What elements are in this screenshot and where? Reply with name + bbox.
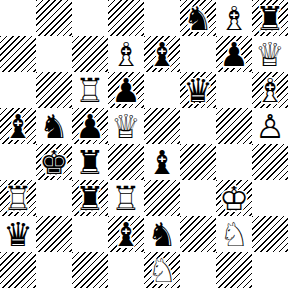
piece-fill-layer: ♝ [144, 36, 180, 72]
piece-outline-layer: ♞ [36, 108, 72, 144]
square-c2[interactable] [72, 216, 108, 252]
piece-outline-layer: ♟ [72, 108, 108, 144]
square-c4[interactable]: ♜♜ [72, 144, 108, 180]
piece-outline-layer: ♜ [72, 144, 108, 180]
square-f1[interactable] [180, 252, 216, 288]
piece-white-knight[interactable]: ♞♘ [144, 252, 180, 288]
piece-white-rook[interactable]: ♜♖ [0, 180, 36, 216]
square-h6[interactable]: ♝♗ [252, 72, 288, 108]
piece-fill-layer: ♞ [144, 216, 180, 252]
square-f4[interactable] [180, 144, 216, 180]
piece-fill-layer: ♜ [72, 180, 108, 216]
piece-black-bishop[interactable]: ♝♝ [108, 216, 144, 252]
square-b6[interactable] [36, 72, 72, 108]
square-e7[interactable]: ♝♝ [144, 36, 180, 72]
piece-fill-layer: ♝ [252, 72, 288, 108]
piece-black-queen[interactable]: ♛♛ [0, 216, 36, 252]
piece-fill-layer: ♜ [72, 72, 108, 108]
piece-outline-layer: ♘ [216, 216, 252, 252]
piece-outline-layer: ♖ [72, 72, 108, 108]
square-g7[interactable]: ♟♟ [216, 36, 252, 72]
piece-outline-layer: ♝ [144, 36, 180, 72]
piece-white-bishop[interactable]: ♝♗ [108, 36, 144, 72]
square-f2[interactable] [180, 216, 216, 252]
piece-white-rook[interactable]: ♜♖ [72, 72, 108, 108]
square-d2[interactable]: ♝♝ [108, 216, 144, 252]
square-f8[interactable]: ♞♞ [180, 0, 216, 36]
square-g8[interactable]: ♝♗ [216, 0, 252, 36]
piece-white-knight[interactable]: ♞♘ [216, 216, 252, 252]
square-h7[interactable]: ♛♕ [252, 36, 288, 72]
piece-outline-layer: ♗ [216, 0, 252, 36]
piece-outline-layer: ♘ [144, 252, 180, 288]
chess-board: ♞♞♝♗♜♜♝♗♝♝♟♟♛♕♜♖♟♟♛♛♝♗♝♝♞♞♟♟♛♕♟♙♚♚♜♜♝♝♜♖… [0, 0, 288, 288]
piece-outline-layer: ♟ [108, 72, 144, 108]
piece-outline-layer: ♝ [144, 144, 180, 180]
piece-fill-layer: ♝ [216, 0, 252, 36]
square-e1[interactable]: ♞♘ [144, 252, 180, 288]
square-e2[interactable]: ♞♞ [144, 216, 180, 252]
piece-fill-layer: ♞ [144, 252, 180, 288]
piece-black-bishop[interactable]: ♝♝ [0, 108, 36, 144]
square-a1[interactable] [0, 252, 36, 288]
piece-outline-layer: ♛ [0, 216, 36, 252]
piece-black-rook[interactable]: ♜♜ [72, 180, 108, 216]
square-b7[interactable] [36, 36, 72, 72]
square-b4[interactable]: ♚♚ [36, 144, 72, 180]
square-h1[interactable] [252, 252, 288, 288]
piece-outline-layer: ♔ [216, 180, 252, 216]
square-f3[interactable] [180, 180, 216, 216]
square-h2[interactable] [252, 216, 288, 252]
piece-outline-layer: ♜ [252, 0, 288, 36]
square-c6[interactable]: ♜♖ [72, 72, 108, 108]
square-c7[interactable] [72, 36, 108, 72]
piece-outline-layer: ♗ [108, 36, 144, 72]
piece-black-bishop[interactable]: ♝♝ [144, 36, 180, 72]
square-b3[interactable] [36, 180, 72, 216]
piece-outline-layer: ♕ [108, 108, 144, 144]
square-c3[interactable]: ♜♜ [72, 180, 108, 216]
square-d8[interactable] [108, 0, 144, 36]
piece-white-rook[interactable]: ♜♖ [108, 180, 144, 216]
square-b1[interactable] [36, 252, 72, 288]
piece-outline-layer: ♚ [36, 144, 72, 180]
piece-fill-layer: ♟ [252, 108, 288, 144]
square-f6[interactable]: ♛♛ [180, 72, 216, 108]
square-f7[interactable] [180, 36, 216, 72]
square-e3[interactable] [144, 180, 180, 216]
piece-fill-layer: ♛ [252, 36, 288, 72]
piece-fill-layer: ♝ [108, 216, 144, 252]
piece-white-bishop[interactable]: ♝♗ [216, 0, 252, 36]
piece-black-rook[interactable]: ♜♜ [72, 144, 108, 180]
piece-fill-layer: ♝ [0, 108, 36, 144]
square-c1[interactable] [72, 252, 108, 288]
square-h8[interactable]: ♜♜ [252, 0, 288, 36]
piece-fill-layer: ♟ [216, 36, 252, 72]
piece-black-rook[interactable]: ♜♜ [252, 0, 288, 36]
piece-fill-layer: ♛ [0, 216, 36, 252]
piece-fill-layer: ♛ [108, 108, 144, 144]
piece-white-bishop[interactable]: ♝♗ [252, 72, 288, 108]
piece-outline-layer: ♞ [180, 0, 216, 36]
piece-fill-layer: ♞ [180, 0, 216, 36]
piece-outline-layer: ♝ [108, 216, 144, 252]
piece-outline-layer: ♗ [252, 72, 288, 108]
square-f5[interactable] [180, 108, 216, 144]
square-g3[interactable]: ♚♔ [216, 180, 252, 216]
piece-outline-layer: ♝ [0, 108, 36, 144]
square-a5[interactable]: ♝♝ [0, 108, 36, 144]
piece-fill-layer: ♞ [216, 216, 252, 252]
piece-white-queen[interactable]: ♛♕ [108, 108, 144, 144]
square-h5[interactable]: ♟♙ [252, 108, 288, 144]
piece-black-king[interactable]: ♚♚ [36, 144, 72, 180]
piece-black-knight[interactable]: ♞♞ [36, 108, 72, 144]
square-h3[interactable] [252, 180, 288, 216]
square-a3[interactable]: ♜♖ [0, 180, 36, 216]
piece-fill-layer: ♟ [108, 72, 144, 108]
piece-fill-layer: ♟ [72, 108, 108, 144]
piece-fill-layer: ♝ [144, 144, 180, 180]
square-a2[interactable]: ♛♛ [0, 216, 36, 252]
square-a4[interactable] [0, 144, 36, 180]
square-d3[interactable]: ♜♖ [108, 180, 144, 216]
piece-fill-layer: ♜ [72, 144, 108, 180]
piece-white-king[interactable]: ♚♔ [216, 180, 252, 216]
piece-outline-layer: ♟ [216, 36, 252, 72]
piece-outline-layer: ♛ [180, 72, 216, 108]
square-h4[interactable] [252, 144, 288, 180]
square-b8[interactable] [36, 0, 72, 36]
square-g2[interactable]: ♞♘ [216, 216, 252, 252]
square-g1[interactable] [216, 252, 252, 288]
piece-white-queen[interactable]: ♛♕ [252, 36, 288, 72]
square-b2[interactable] [36, 216, 72, 252]
piece-fill-layer: ♚ [216, 180, 252, 216]
piece-fill-layer: ♜ [0, 180, 36, 216]
square-a8[interactable] [0, 0, 36, 36]
piece-outline-layer: ♞ [144, 216, 180, 252]
square-g6[interactable] [216, 72, 252, 108]
piece-black-pawn[interactable]: ♟♟ [108, 72, 144, 108]
piece-black-knight[interactable]: ♞♞ [180, 0, 216, 36]
square-d6[interactable]: ♟♟ [108, 72, 144, 108]
piece-black-pawn[interactable]: ♟♟ [72, 108, 108, 144]
piece-fill-layer: ♜ [108, 180, 144, 216]
piece-outline-layer: ♜ [72, 180, 108, 216]
piece-black-pawn[interactable]: ♟♟ [216, 36, 252, 72]
square-d7[interactable]: ♝♗ [108, 36, 144, 72]
square-e8[interactable] [144, 0, 180, 36]
square-d1[interactable] [108, 252, 144, 288]
square-e6[interactable] [144, 72, 180, 108]
piece-white-pawn[interactable]: ♟♙ [252, 108, 288, 144]
piece-black-bishop[interactable]: ♝♝ [144, 144, 180, 180]
piece-outline-layer: ♖ [0, 180, 36, 216]
piece-outline-layer: ♙ [252, 108, 288, 144]
square-d5[interactable]: ♛♕ [108, 108, 144, 144]
square-b5[interactable]: ♞♞ [36, 108, 72, 144]
square-a7[interactable] [0, 36, 36, 72]
piece-outline-layer: ♖ [108, 180, 144, 216]
square-g5[interactable] [216, 108, 252, 144]
square-c5[interactable]: ♟♟ [72, 108, 108, 144]
square-e5[interactable] [144, 108, 180, 144]
piece-fill-layer: ♚ [36, 144, 72, 180]
piece-black-knight[interactable]: ♞♞ [144, 216, 180, 252]
piece-fill-layer: ♝ [108, 36, 144, 72]
piece-fill-layer: ♞ [36, 108, 72, 144]
square-g4[interactable] [216, 144, 252, 180]
square-c8[interactable] [72, 0, 108, 36]
piece-black-queen[interactable]: ♛♛ [180, 72, 216, 108]
piece-fill-layer: ♛ [180, 72, 216, 108]
square-e4[interactable]: ♝♝ [144, 144, 180, 180]
square-a6[interactable] [0, 72, 36, 108]
square-d4[interactable] [108, 144, 144, 180]
piece-fill-layer: ♜ [252, 0, 288, 36]
piece-outline-layer: ♕ [252, 36, 288, 72]
